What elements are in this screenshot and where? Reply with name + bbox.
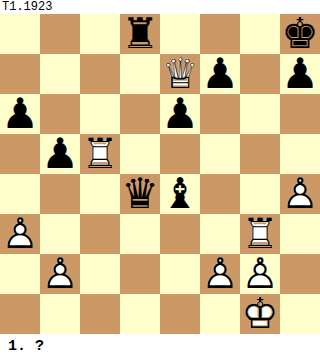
square-a7[interactable]	[0, 54, 40, 94]
piece-black-bishop: ♝	[160, 174, 200, 214]
square-f1[interactable]	[200, 294, 240, 334]
square-g3[interactable]: ♜♖	[240, 214, 280, 254]
square-a1[interactable]	[0, 294, 40, 334]
piece-black-pawn: ♟	[0, 94, 40, 134]
square-d6[interactable]	[120, 94, 160, 134]
square-h4[interactable]: ♟♙	[280, 174, 320, 214]
square-d4[interactable]: ♛	[120, 174, 160, 214]
square-c7[interactable]	[80, 54, 120, 94]
white-king-fill: ♚	[240, 294, 280, 334]
square-d7[interactable]	[120, 54, 160, 94]
square-a6[interactable]: ♟	[0, 94, 40, 134]
square-c2[interactable]	[80, 254, 120, 294]
square-g7[interactable]	[240, 54, 280, 94]
square-b2[interactable]: ♟♙	[40, 254, 80, 294]
square-e7[interactable]: ♛♕	[160, 54, 200, 94]
square-c1[interactable]	[80, 294, 120, 334]
chess-board: ♜♚♛♕♟♟♟♟♟♜♖♛♝♟♙♟♙♜♖♟♙♟♙♟♙♚♔	[0, 14, 320, 334]
move-prompt: 1. ?	[0, 334, 320, 360]
square-d2[interactable]	[120, 254, 160, 294]
square-g2[interactable]: ♟♙	[240, 254, 280, 294]
piece-white-pawn: ♙	[40, 254, 80, 294]
square-f7[interactable]: ♟	[200, 54, 240, 94]
white-pawn-fill: ♟	[280, 174, 320, 214]
square-f3[interactable]	[200, 214, 240, 254]
white-pawn-fill: ♟	[240, 254, 280, 294]
white-rook-fill: ♜	[80, 134, 120, 174]
square-h1[interactable]	[280, 294, 320, 334]
piece-white-pawn: ♙	[0, 214, 40, 254]
square-a2[interactable]	[0, 254, 40, 294]
square-g5[interactable]	[240, 134, 280, 174]
square-c5[interactable]: ♜♖	[80, 134, 120, 174]
piece-black-king: ♚	[280, 14, 320, 54]
piece-white-rook: ♖	[80, 134, 120, 174]
square-h5[interactable]	[280, 134, 320, 174]
square-h8[interactable]: ♚	[280, 14, 320, 54]
piece-white-pawn: ♙	[280, 174, 320, 214]
piece-white-rook: ♖	[240, 214, 280, 254]
square-e5[interactable]	[160, 134, 200, 174]
square-b3[interactable]	[40, 214, 80, 254]
square-f4[interactable]	[200, 174, 240, 214]
square-a3[interactable]: ♟♙	[0, 214, 40, 254]
square-h2[interactable]	[280, 254, 320, 294]
square-d1[interactable]	[120, 294, 160, 334]
white-pawn-fill: ♟	[40, 254, 80, 294]
square-h3[interactable]	[280, 214, 320, 254]
square-a8[interactable]	[0, 14, 40, 54]
piece-black-pawn: ♟	[200, 54, 240, 94]
square-f5[interactable]	[200, 134, 240, 174]
square-b7[interactable]	[40, 54, 80, 94]
white-pawn-fill: ♟	[200, 254, 240, 294]
square-e6[interactable]: ♟	[160, 94, 200, 134]
square-e8[interactable]	[160, 14, 200, 54]
piece-white-pawn: ♙	[200, 254, 240, 294]
square-c3[interactable]	[80, 214, 120, 254]
square-g8[interactable]	[240, 14, 280, 54]
piece-white-queen: ♕	[160, 54, 200, 94]
square-f8[interactable]	[200, 14, 240, 54]
piece-white-pawn: ♙	[240, 254, 280, 294]
white-pawn-fill: ♟	[0, 214, 40, 254]
square-e2[interactable]	[160, 254, 200, 294]
piece-black-pawn: ♟	[280, 54, 320, 94]
square-g6[interactable]	[240, 94, 280, 134]
square-d5[interactable]	[120, 134, 160, 174]
piece-black-rook: ♜	[120, 14, 160, 54]
square-e4[interactable]: ♝	[160, 174, 200, 214]
square-c8[interactable]	[80, 14, 120, 54]
square-d3[interactable]	[120, 214, 160, 254]
square-e1[interactable]	[160, 294, 200, 334]
square-g1[interactable]: ♚♔	[240, 294, 280, 334]
square-d8[interactable]: ♜	[120, 14, 160, 54]
square-e3[interactable]	[160, 214, 200, 254]
square-a5[interactable]	[0, 134, 40, 174]
square-f2[interactable]: ♟♙	[200, 254, 240, 294]
square-b6[interactable]	[40, 94, 80, 134]
square-c4[interactable]	[80, 174, 120, 214]
square-g4[interactable]	[240, 174, 280, 214]
square-b5[interactable]: ♟	[40, 134, 80, 174]
square-f6[interactable]	[200, 94, 240, 134]
square-h6[interactable]	[280, 94, 320, 134]
square-c6[interactable]	[80, 94, 120, 134]
piece-black-queen: ♛	[120, 174, 160, 214]
square-h7[interactable]: ♟	[280, 54, 320, 94]
square-b8[interactable]	[40, 14, 80, 54]
piece-black-pawn: ♟	[160, 94, 200, 134]
white-queen-fill: ♛	[160, 54, 200, 94]
piece-black-pawn: ♟	[40, 134, 80, 174]
square-a4[interactable]	[0, 174, 40, 214]
puzzle-id: T1.1923	[0, 0, 320, 14]
square-b1[interactable]	[40, 294, 80, 334]
white-rook-fill: ♜	[240, 214, 280, 254]
square-b4[interactable]	[40, 174, 80, 214]
piece-white-king: ♔	[240, 294, 280, 334]
